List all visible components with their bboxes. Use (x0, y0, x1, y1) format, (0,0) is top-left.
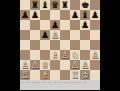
white-pawn-piece: ♙ (21, 60, 29, 70)
square-f4 (70, 40, 80, 50)
black-bishop-piece: ♝ (41, 0, 49, 10)
square-a5 (20, 30, 30, 40)
square-f3: ♘ (70, 50, 80, 60)
square-c6 (40, 20, 50, 30)
square-b5 (30, 30, 40, 40)
square-e7 (60, 10, 70, 20)
square-h5 (90, 30, 100, 40)
square-c1: ♗ (40, 70, 50, 80)
square-c8: ♝ (40, 0, 50, 10)
square-a3 (20, 50, 30, 60)
caption-bar: ····· ··· ········ ····· ···· ··· ······… (20, 80, 100, 90)
square-e3: ♙ (60, 50, 70, 60)
white-pawn-piece: ♙ (31, 60, 39, 70)
square-d6: ♟ (50, 20, 60, 30)
black-rook-piece: ♜ (61, 0, 69, 10)
black-bishop-piece: ♝ (81, 10, 89, 20)
square-g7: ♝ (80, 10, 90, 20)
square-h8 (90, 0, 100, 10)
square-h1 (90, 70, 100, 80)
square-g8: ♚ (80, 0, 90, 10)
square-a1: ♖ (20, 70, 30, 80)
square-c3 (40, 50, 50, 60)
square-b6 (30, 20, 40, 30)
square-c2: ♕ (40, 60, 50, 70)
white-knight-piece: ♘ (71, 50, 79, 60)
square-b8: ♜ (30, 0, 40, 10)
square-b1 (30, 70, 40, 80)
square-g2: ♙ (80, 60, 90, 70)
square-c4 (40, 40, 50, 50)
white-rook-piece: ♖ (21, 70, 29, 80)
square-b7: ♟ (30, 10, 40, 20)
black-pawn-piece: ♟ (81, 20, 89, 30)
square-g6: ♟ (80, 20, 90, 30)
square-a7: ♟ (20, 10, 30, 20)
square-d1 (50, 70, 60, 80)
square-h7: ♟ (90, 10, 100, 20)
white-pawn-piece: ♙ (61, 50, 69, 60)
square-g3 (80, 50, 90, 60)
square-a2: ♙ (20, 60, 30, 70)
white-bishop-piece: ♗ (51, 50, 59, 60)
white-king-piece: ♔ (81, 70, 89, 80)
white-pawn-piece: ♙ (81, 60, 89, 70)
square-b2: ♙ (30, 60, 40, 70)
square-c7 (40, 10, 50, 20)
white-pawn-piece: ♙ (51, 30, 59, 40)
black-rook-piece: ♜ (31, 0, 39, 10)
square-a8 (20, 0, 30, 10)
caption-line-2: ·· ··· ···· ·· ··· ······ · ········ · (20, 89, 100, 91)
square-e8: ♜ (60, 0, 70, 10)
square-d4 (50, 40, 60, 50)
square-h3: ♙ (90, 50, 100, 60)
black-pawn-piece: ♟ (21, 10, 29, 20)
caption-line-1: ····· ··· ········ ····· ···· ··· ······… (20, 81, 100, 85)
square-h4 (90, 40, 100, 50)
white-queen-piece: ♕ (41, 60, 49, 70)
square-f2: ♙ (70, 60, 80, 70)
square-b4 (30, 40, 40, 50)
square-f5 (70, 30, 80, 40)
square-a6 (20, 20, 30, 30)
black-pawn-piece: ♟ (51, 20, 59, 30)
square-d2 (50, 60, 60, 70)
black-king-piece: ♚ (81, 0, 89, 10)
square-b3 (30, 50, 40, 60)
white-rook-piece: ♖ (71, 70, 79, 80)
black-pawn-piece: ♟ (41, 30, 49, 40)
letterbox-right (100, 0, 120, 90)
square-a4 (20, 40, 30, 50)
black-pawn-piece: ♟ (31, 10, 39, 20)
letterbox-left (0, 0, 20, 90)
square-f8 (70, 0, 80, 10)
square-c5: ♟ (40, 30, 50, 40)
square-e2 (60, 60, 70, 70)
square-h2 (90, 60, 100, 70)
square-e4 (60, 40, 70, 50)
square-d8: ♛ (50, 0, 60, 10)
square-f1: ♖ (70, 70, 80, 80)
square-h6 (90, 20, 100, 30)
black-pawn-piece: ♟ (71, 10, 79, 20)
square-d3: ♗ (50, 50, 60, 60)
square-g1: ♔ (80, 70, 90, 80)
white-bishop-piece: ♗ (41, 70, 49, 80)
square-e1 (60, 70, 70, 80)
square-e5 (60, 30, 70, 40)
video-frame: ♜♝♛♜♚♟♟♟♝♟♟♟♟♙♗♙♘♙♙♙♕♙♙♖♗♖♔ ····· ··· ··… (0, 0, 120, 90)
square-e6 (60, 20, 70, 30)
square-d7 (50, 10, 60, 20)
white-pawn-piece: ♙ (71, 60, 79, 70)
black-queen-piece: ♛ (51, 0, 59, 10)
white-pawn-piece: ♙ (91, 50, 99, 60)
black-pawn-piece: ♟ (91, 10, 99, 20)
square-f6 (70, 20, 80, 30)
square-g4 (80, 40, 90, 50)
chess-board: ♜♝♛♜♚♟♟♟♝♟♟♟♟♙♗♙♘♙♙♙♕♙♙♖♗♖♔ (20, 0, 100, 80)
square-d5: ♙ (50, 30, 60, 40)
square-g5 (80, 30, 90, 40)
square-f7: ♟ (70, 10, 80, 20)
